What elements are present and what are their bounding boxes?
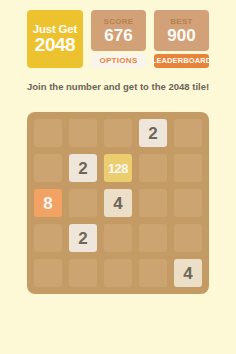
grid-cell-empty: [174, 224, 202, 252]
app-window: Just Get 2048 SCORE 676 OPTIONS BEST 900…: [27, 10, 209, 294]
tile-4: 4: [174, 259, 202, 287]
tile-8: 8: [34, 189, 62, 217]
grid-cell-empty: [34, 259, 62, 287]
grid-cell-empty: [139, 224, 167, 252]
grid-cell-empty: [104, 119, 132, 147]
grid-cell-empty: [139, 259, 167, 287]
tile-2: 2: [139, 119, 167, 147]
game-board[interactable]: 221288424: [27, 112, 209, 294]
grid-cell-empty: [69, 189, 97, 217]
header: Just Get 2048 SCORE 676 OPTIONS BEST 900…: [27, 10, 209, 68]
best-label: BEST: [170, 17, 193, 26]
grid-cell-empty: [34, 119, 62, 147]
tile-128: 128: [104, 154, 132, 182]
best-column: BEST 900 LEADERBOARD: [154, 10, 209, 68]
tile-2: 2: [69, 224, 97, 252]
grid-cell-empty: [174, 189, 202, 217]
grid-cell-empty: [104, 224, 132, 252]
grid-cell-empty: [69, 259, 97, 287]
tile-2: 2: [69, 154, 97, 182]
instruction-text: Join the number and get to the 2048 tile…: [27, 81, 209, 92]
app-title-line2: 2048: [35, 35, 75, 55]
leaderboard-button[interactable]: LEADERBOARD: [154, 54, 209, 68]
grid-cell-empty: [34, 154, 62, 182]
grid-cell-empty: [174, 154, 202, 182]
grid-cell-empty: [139, 189, 167, 217]
options-button[interactable]: OPTIONS: [91, 54, 146, 68]
tile-4: 4: [104, 189, 132, 217]
app-title: Just Get 2048: [27, 10, 83, 68]
grid-cell-empty: [34, 224, 62, 252]
score-value: 676: [104, 27, 132, 44]
best-box: BEST 900: [154, 10, 209, 51]
score-label: SCORE: [104, 17, 134, 26]
score-box: SCORE 676: [91, 10, 146, 51]
grid-cell-empty: [69, 119, 97, 147]
best-value: 900: [167, 27, 195, 44]
grid-cell-empty: [104, 259, 132, 287]
grid-cell-empty: [139, 154, 167, 182]
grid-cell-empty: [174, 119, 202, 147]
score-column: SCORE 676 OPTIONS: [91, 10, 146, 68]
